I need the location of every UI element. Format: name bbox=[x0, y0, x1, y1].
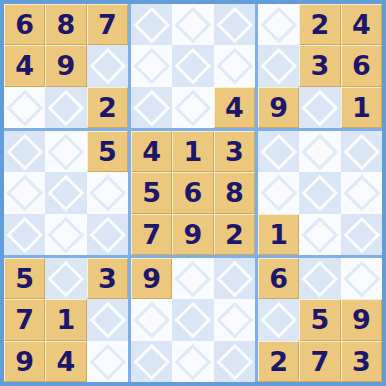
given-digit: 1 bbox=[269, 221, 288, 248]
diamond-icon bbox=[175, 343, 211, 379]
cell-r7c2[interactable] bbox=[45, 258, 86, 299]
given-digit: 6 bbox=[352, 52, 371, 79]
cell-r7c5[interactable] bbox=[172, 258, 213, 299]
diamond-icon bbox=[48, 89, 84, 125]
given-digit: 4 bbox=[225, 94, 244, 121]
cell-r1c7[interactable] bbox=[258, 4, 299, 45]
diamond-icon bbox=[261, 175, 297, 211]
cell-r6c6: 2 bbox=[214, 214, 255, 255]
diamond-icon bbox=[343, 134, 379, 170]
diamond-icon bbox=[261, 7, 297, 43]
diamond-icon bbox=[89, 175, 125, 211]
given-digit: 6 bbox=[184, 179, 203, 206]
given-digit: 6 bbox=[269, 265, 288, 292]
cell-r2c8: 3 bbox=[299, 45, 340, 86]
cell-r3c1[interactable] bbox=[4, 87, 45, 128]
diamond-icon bbox=[175, 302, 211, 338]
given-digit: 7 bbox=[311, 348, 330, 375]
diamond-icon bbox=[89, 302, 125, 338]
cell-r1c2: 8 bbox=[45, 4, 86, 45]
cell-r5c9[interactable] bbox=[341, 172, 382, 213]
given-digit: 1 bbox=[184, 138, 203, 165]
cell-r7c3: 3 bbox=[87, 258, 128, 299]
cell-r4c4: 4 bbox=[131, 131, 172, 172]
cell-r7c9[interactable] bbox=[341, 258, 382, 299]
cell-r3c6: 4 bbox=[214, 87, 255, 128]
cell-r6c4: 7 bbox=[131, 214, 172, 255]
diamond-icon bbox=[261, 134, 297, 170]
cell-r1c4[interactable] bbox=[131, 4, 172, 45]
given-digit: 8 bbox=[225, 179, 244, 206]
given-digit: 4 bbox=[142, 138, 161, 165]
cell-r9c4[interactable] bbox=[131, 341, 172, 382]
box-2: 4 bbox=[131, 4, 255, 128]
given-digit: 3 bbox=[311, 52, 330, 79]
given-digit: 7 bbox=[98, 11, 117, 38]
given-digit: 9 bbox=[57, 52, 76, 79]
diamond-icon bbox=[343, 216, 379, 252]
diamond-icon bbox=[175, 89, 211, 125]
cell-r5c4: 5 bbox=[131, 172, 172, 213]
diamond-icon bbox=[48, 261, 84, 297]
cell-r1c9: 4 bbox=[341, 4, 382, 45]
cell-r4c5: 1 bbox=[172, 131, 213, 172]
given-digit: 6 bbox=[15, 11, 34, 38]
cell-r9c9: 3 bbox=[341, 341, 382, 382]
given-digit: 4 bbox=[15, 52, 34, 79]
diamond-icon bbox=[134, 7, 170, 43]
cell-r3c4[interactable] bbox=[131, 87, 172, 128]
cell-r9c3[interactable] bbox=[87, 341, 128, 382]
diamond-icon bbox=[216, 48, 252, 84]
diamond-icon bbox=[48, 134, 84, 170]
given-digit: 5 bbox=[142, 179, 161, 206]
cell-r8c1: 7 bbox=[4, 299, 45, 340]
cell-r6c3[interactable] bbox=[87, 214, 128, 255]
cell-r8c9: 9 bbox=[341, 299, 382, 340]
cell-r4c7[interactable] bbox=[258, 131, 299, 172]
diamond-icon bbox=[7, 134, 43, 170]
cell-r5c7[interactable] bbox=[258, 172, 299, 213]
cell-r1c1: 6 bbox=[4, 4, 45, 45]
cell-r9c5[interactable] bbox=[172, 341, 213, 382]
cell-r3c8[interactable] bbox=[299, 87, 340, 128]
cell-r6c5: 9 bbox=[172, 214, 213, 255]
given-digit: 9 bbox=[142, 265, 161, 292]
given-digit: 8 bbox=[57, 11, 76, 38]
cell-r2c9: 6 bbox=[341, 45, 382, 86]
cell-r2c2: 9 bbox=[45, 45, 86, 86]
sudoku-board: 687492 4 243691 5 413568792 1 537194 9 6… bbox=[0, 0, 386, 386]
cell-r9c8: 7 bbox=[299, 341, 340, 382]
cell-r8c3[interactable] bbox=[87, 299, 128, 340]
cell-r7c4: 9 bbox=[131, 258, 172, 299]
diamond-icon bbox=[261, 48, 297, 84]
diamond-icon bbox=[216, 7, 252, 43]
diamond-icon bbox=[89, 48, 125, 84]
diamond-icon bbox=[302, 134, 338, 170]
diamond-icon bbox=[48, 175, 84, 211]
given-digit: 9 bbox=[269, 94, 288, 121]
diamond-icon bbox=[175, 261, 211, 297]
cell-r7c1: 5 bbox=[4, 258, 45, 299]
given-digit: 3 bbox=[352, 348, 371, 375]
cell-r3c5[interactable] bbox=[172, 87, 213, 128]
diamond-icon bbox=[343, 261, 379, 297]
diamond-icon bbox=[261, 302, 297, 338]
cell-r6c8[interactable] bbox=[299, 214, 340, 255]
diamond-icon bbox=[7, 216, 43, 252]
cell-r8c6[interactable] bbox=[214, 299, 255, 340]
cell-r7c8[interactable] bbox=[299, 258, 340, 299]
diamond-icon bbox=[302, 89, 338, 125]
cell-r4c3: 5 bbox=[87, 131, 128, 172]
diamond-icon bbox=[302, 175, 338, 211]
given-digit: 2 bbox=[225, 221, 244, 248]
given-digit: 1 bbox=[352, 94, 371, 121]
given-digit: 9 bbox=[352, 306, 371, 333]
diamond-icon bbox=[89, 216, 125, 252]
cell-r2c4[interactable] bbox=[131, 45, 172, 86]
box-9: 659273 bbox=[258, 258, 382, 382]
cell-r5c2[interactable] bbox=[45, 172, 86, 213]
diamond-icon bbox=[216, 261, 252, 297]
cell-r6c1[interactable] bbox=[4, 214, 45, 255]
diamond-icon bbox=[134, 343, 170, 379]
given-digit: 3 bbox=[225, 138, 244, 165]
diamond-icon bbox=[134, 89, 170, 125]
cell-r1c3: 7 bbox=[87, 4, 128, 45]
diamond-icon bbox=[216, 302, 252, 338]
cell-r3c7: 9 bbox=[258, 87, 299, 128]
cell-r9c1: 9 bbox=[4, 341, 45, 382]
diamond-icon bbox=[216, 343, 252, 379]
given-digit: 2 bbox=[311, 11, 330, 38]
cell-r5c6: 8 bbox=[214, 172, 255, 213]
diamond-icon bbox=[302, 261, 338, 297]
diamond-icon bbox=[89, 343, 125, 379]
given-digit: 4 bbox=[352, 11, 371, 38]
diamond-icon bbox=[134, 48, 170, 84]
cell-r2c5[interactable] bbox=[172, 45, 213, 86]
given-digit: 5 bbox=[311, 306, 330, 333]
given-digit: 9 bbox=[15, 348, 34, 375]
cell-r8c5[interactable] bbox=[172, 299, 213, 340]
cell-r1c5[interactable] bbox=[172, 4, 213, 45]
cell-r4c1[interactable] bbox=[4, 131, 45, 172]
cell-r7c6[interactable] bbox=[214, 258, 255, 299]
given-digit: 4 bbox=[57, 348, 76, 375]
cell-r4c9[interactable] bbox=[341, 131, 382, 172]
diamond-icon bbox=[48, 216, 84, 252]
given-digit: 2 bbox=[269, 348, 288, 375]
given-digit: 7 bbox=[142, 221, 161, 248]
box-7: 537194 bbox=[4, 258, 128, 382]
diamond-icon bbox=[175, 7, 211, 43]
given-digit: 2 bbox=[98, 94, 117, 121]
cell-r6c7: 1 bbox=[258, 214, 299, 255]
box-4: 5 bbox=[4, 131, 128, 255]
cell-r8c4[interactable] bbox=[131, 299, 172, 340]
given-digit: 1 bbox=[57, 306, 76, 333]
cell-r1c6[interactable] bbox=[214, 4, 255, 45]
cell-r9c6[interactable] bbox=[214, 341, 255, 382]
cell-r5c8[interactable] bbox=[299, 172, 340, 213]
cell-r1c8: 2 bbox=[299, 4, 340, 45]
diamond-icon bbox=[343, 175, 379, 211]
cell-r2c1: 4 bbox=[4, 45, 45, 86]
given-digit: 3 bbox=[98, 265, 117, 292]
cell-r4c6: 3 bbox=[214, 131, 255, 172]
given-digit: 9 bbox=[184, 221, 203, 248]
diamond-icon bbox=[134, 302, 170, 338]
cell-r2c6[interactable] bbox=[214, 45, 255, 86]
cell-r8c2: 1 bbox=[45, 299, 86, 340]
cell-r5c1[interactable] bbox=[4, 172, 45, 213]
cell-r4c8[interactable] bbox=[299, 131, 340, 172]
cell-r6c2[interactable] bbox=[45, 214, 86, 255]
cell-r5c5: 6 bbox=[172, 172, 213, 213]
cell-r2c3[interactable] bbox=[87, 45, 128, 86]
box-5: 413568792 bbox=[131, 131, 255, 255]
given-digit: 5 bbox=[15, 265, 34, 292]
diamond-icon bbox=[7, 175, 43, 211]
cell-r7c7: 6 bbox=[258, 258, 299, 299]
box-3: 243691 bbox=[258, 4, 382, 128]
diamond-icon bbox=[175, 48, 211, 84]
given-digit: 7 bbox=[15, 306, 34, 333]
cell-r9c2: 4 bbox=[45, 341, 86, 382]
cell-r5c3[interactable] bbox=[87, 172, 128, 213]
given-digit: 5 bbox=[98, 138, 117, 165]
cell-r3c3: 2 bbox=[87, 87, 128, 128]
box-6: 1 bbox=[258, 131, 382, 255]
cell-r3c2[interactable] bbox=[45, 87, 86, 128]
cell-r3c9: 1 bbox=[341, 87, 382, 128]
box-1: 687492 bbox=[4, 4, 128, 128]
cell-r6c9[interactable] bbox=[341, 214, 382, 255]
cell-r2c7[interactable] bbox=[258, 45, 299, 86]
box-8: 9 bbox=[131, 258, 255, 382]
cell-r4c2[interactable] bbox=[45, 131, 86, 172]
cell-r9c7: 2 bbox=[258, 341, 299, 382]
diamond-icon bbox=[302, 216, 338, 252]
cell-r8c8: 5 bbox=[299, 299, 340, 340]
diamond-icon bbox=[7, 89, 43, 125]
cell-r8c7[interactable] bbox=[258, 299, 299, 340]
